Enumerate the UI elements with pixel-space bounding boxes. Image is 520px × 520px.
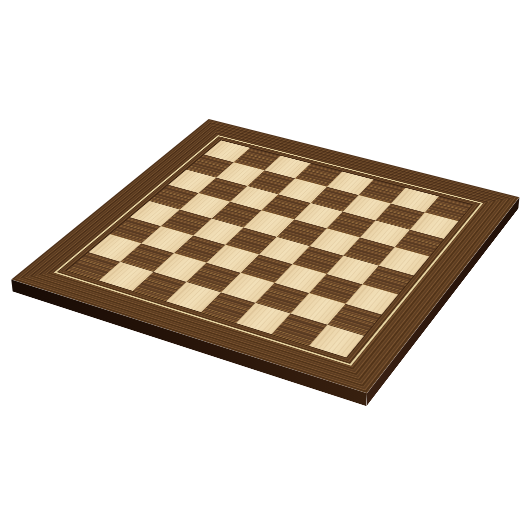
square-a1[interactable] xyxy=(67,252,121,281)
product-photo-background xyxy=(0,0,520,520)
square-b1[interactable] xyxy=(99,262,153,291)
square-a2[interactable] xyxy=(89,234,142,261)
square-h3[interactable] xyxy=(345,284,398,314)
square-c2[interactable] xyxy=(153,253,206,282)
square-f4[interactable] xyxy=(292,246,343,274)
square-g4[interactable] xyxy=(327,255,379,284)
square-g5[interactable] xyxy=(344,238,395,266)
square-b2[interactable] xyxy=(121,244,174,272)
square-f1[interactable] xyxy=(236,303,291,335)
square-h1[interactable] xyxy=(309,324,365,357)
square-g1[interactable] xyxy=(272,313,327,345)
square-c1[interactable] xyxy=(132,272,186,302)
square-e2[interactable] xyxy=(221,273,275,303)
square-c3[interactable] xyxy=(174,235,226,263)
square-e1[interactable] xyxy=(201,292,256,323)
board-top-surface xyxy=(11,119,519,393)
chessboard xyxy=(11,119,519,393)
square-h2[interactable] xyxy=(327,304,381,336)
square-e4[interactable] xyxy=(259,237,310,265)
square-f3[interactable] xyxy=(274,264,327,293)
square-d3[interactable] xyxy=(206,245,258,273)
square-g2[interactable] xyxy=(291,293,345,324)
square-e3[interactable] xyxy=(240,254,292,283)
square-f2[interactable] xyxy=(255,283,309,313)
square-d2[interactable] xyxy=(187,263,240,292)
square-g3[interactable] xyxy=(309,274,362,304)
square-h4[interactable] xyxy=(362,265,414,294)
square-d1[interactable] xyxy=(166,282,221,312)
square-h5[interactable] xyxy=(379,247,430,275)
